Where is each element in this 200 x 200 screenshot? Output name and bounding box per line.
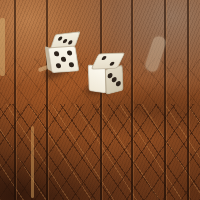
right-die-left-face (88, 64, 107, 94)
die-pip (61, 57, 67, 62)
die-pip (57, 36, 62, 41)
scratch-overlay-mid (0, 58, 200, 118)
right-die-top-face (91, 52, 126, 69)
die-pip (109, 61, 115, 65)
die-pip (53, 51, 59, 56)
right-die-right-face (105, 64, 124, 94)
dice-photo (0, 0, 200, 200)
scratch-overlay-crosshatch (0, 104, 200, 200)
wood-weathering-band (0, 0, 200, 200)
die-pip (101, 56, 107, 60)
left-die-top-face (50, 31, 81, 50)
pale-wood-streak (31, 126, 34, 198)
right-die-shadow (84, 77, 124, 98)
right-die (87, 52, 124, 95)
plank-seam (100, 0, 102, 200)
plank-seam (46, 0, 48, 200)
left-die-shadow (42, 53, 80, 83)
die-pip (63, 38, 68, 43)
die-pip (55, 63, 61, 68)
plank-seam (187, 0, 189, 200)
wood-surface (0, 0, 200, 200)
pale-wood-streak (38, 64, 53, 73)
plank-seam (14, 0, 16, 200)
die-pip (68, 40, 73, 45)
plank-seam (164, 0, 166, 200)
die-pip (66, 50, 72, 55)
die-pip (68, 62, 74, 67)
plank-seam (131, 0, 133, 200)
die-pip (116, 81, 121, 87)
pale-wood-streak (0, 18, 5, 76)
die-pip (112, 77, 117, 83)
die-pip (107, 72, 112, 78)
left-die-front-face (47, 45, 79, 73)
left-die-side-face (45, 46, 54, 72)
wood-grain-texture (0, 0, 200, 200)
wood-chip-mark (144, 35, 167, 73)
left-die (46, 31, 85, 79)
